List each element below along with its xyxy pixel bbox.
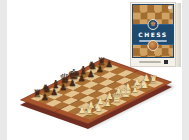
box-checkerboard-art: ♚ CHESS (132, 4, 174, 58)
photo-edge-right (182, 0, 189, 140)
chess-set-product-photo: ♚ CHESS ♜♞♝♛♚♝♞♜♟♟♟♟♟♟♟♟♟♟♟♟♟♟♟♟♜♞♝♛♚♝♞♜ (0, 0, 189, 140)
box-product-photo-emblem (148, 40, 159, 51)
retail-box: ♚ CHESS (130, 2, 181, 67)
chessboard (20, 58, 172, 124)
box-front-panel: ♚ CHESS (130, 2, 176, 67)
box-brand-emblem: ♚ (148, 19, 159, 30)
photo-edge-left (0, 0, 7, 140)
box-side-panel (176, 3, 181, 67)
box-title: CHESS (133, 32, 174, 38)
chess-king-icon: ♚ (150, 21, 156, 28)
box-age-badge (168, 6, 172, 9)
box-logo-mark (164, 60, 168, 64)
box-fineprint-text (139, 61, 161, 63)
box-brand-band: ♚ CHESS (133, 24, 174, 45)
box-bottom-strip (132, 58, 174, 65)
